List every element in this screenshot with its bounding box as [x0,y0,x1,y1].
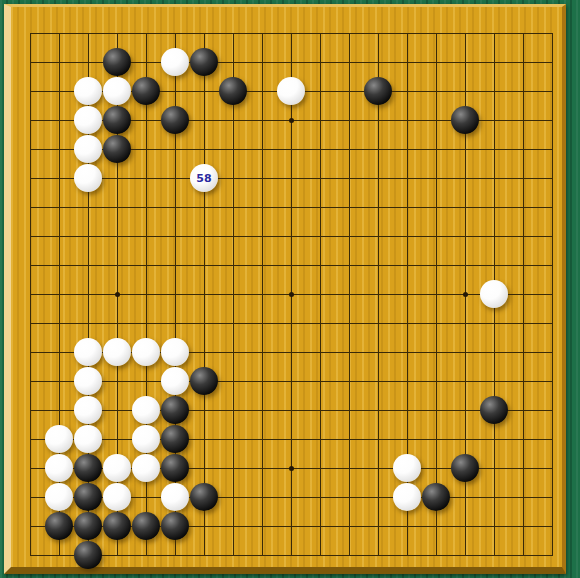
stone-white [132,454,160,482]
star-point [463,292,468,297]
stone-white [393,454,421,482]
stone-black [103,106,131,134]
stone-black [364,77,392,105]
stone-white [45,454,73,482]
window-background: 58 [0,0,580,578]
stone-white [74,164,102,192]
stone-black [45,512,73,540]
stone-white [74,135,102,163]
stone-white [74,396,102,424]
stone-black [161,425,189,453]
stone-white [161,483,189,511]
go-board[interactable]: 58 [4,4,566,574]
stone-black [103,135,131,163]
stone-white [103,338,131,366]
stone-white [74,425,102,453]
stone-black [132,77,160,105]
go-client-window: { "game": "Go", "board": { "size": 19, "… [0,0,580,578]
stone-white [161,48,189,76]
stone-white: 58 [190,164,218,192]
stone-black [480,396,508,424]
stone-white [74,367,102,395]
stone-white [103,483,131,511]
stone-black [74,454,102,482]
star-point [289,466,294,471]
stone-black [451,454,479,482]
stone-white [74,77,102,105]
stone-black [103,512,131,540]
stone-white [277,77,305,105]
stone-white [74,338,102,366]
stone-black [422,483,450,511]
stone-white [103,77,131,105]
stone-black [190,367,218,395]
stone-black [190,483,218,511]
stone-black [190,48,218,76]
stone-white [74,106,102,134]
stone-white [161,367,189,395]
stone-black [161,396,189,424]
star-point [115,292,120,297]
stone-black [103,48,131,76]
board-grid[interactable]: 58 [30,33,553,556]
stone-white [480,280,508,308]
move-number-label: 58 [196,173,211,184]
stone-black [74,512,102,540]
stone-white [132,338,160,366]
stone-white [103,454,131,482]
stone-black [161,454,189,482]
stone-black [161,106,189,134]
stone-white [161,338,189,366]
stone-black [132,512,160,540]
stone-white [132,425,160,453]
star-point [289,292,294,297]
stone-white [393,483,421,511]
stone-black [74,483,102,511]
stone-black [161,512,189,540]
stone-white [45,425,73,453]
star-point [289,118,294,123]
stone-black [219,77,247,105]
stone-white [45,483,73,511]
stone-white [132,396,160,424]
stone-black [74,541,102,569]
stone-black [451,106,479,134]
